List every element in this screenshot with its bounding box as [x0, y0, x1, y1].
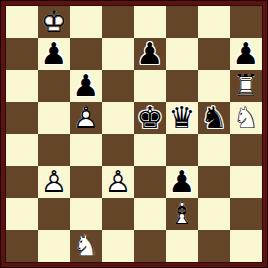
- square-d3[interactable]: ♟♙: [102, 166, 134, 198]
- square-c8[interactable]: [70, 6, 102, 38]
- black-pawn-icon: ♟: [230, 38, 262, 70]
- white-king-icon: ♔: [38, 6, 70, 38]
- square-e4[interactable]: [134, 134, 166, 166]
- square-a3[interactable]: [6, 166, 38, 198]
- square-g7[interactable]: [198, 38, 230, 70]
- square-e8[interactable]: [134, 6, 166, 38]
- square-b7[interactable]: ♟: [38, 38, 70, 70]
- white-rook-fill: ♜: [230, 70, 262, 102]
- chess-board: ♚♔♟♟♟♟♜♖♟♙♚♛♞♞♘♟♙♟♙♟♝♗♞♘: [5, 5, 263, 263]
- square-f6[interactable]: [166, 70, 198, 102]
- square-d4[interactable]: [102, 134, 134, 166]
- square-f4[interactable]: [166, 134, 198, 166]
- square-e7[interactable]: ♟: [134, 38, 166, 70]
- square-e5[interactable]: ♚: [134, 102, 166, 134]
- white-knight-fill: ♞: [230, 102, 262, 134]
- square-f1[interactable]: [166, 230, 198, 262]
- chess-board-frame: ♚♔♟♟♟♟♜♖♟♙♚♛♞♞♘♟♙♟♙♟♝♗♞♘: [0, 0, 268, 268]
- square-g5[interactable]: ♞: [198, 102, 230, 134]
- square-d1[interactable]: [102, 230, 134, 262]
- white-king-fill: ♚: [38, 6, 70, 38]
- square-c6[interactable]: ♟: [70, 70, 102, 102]
- black-pawn-icon: ♟: [166, 166, 198, 198]
- square-c3[interactable]: [70, 166, 102, 198]
- square-h6[interactable]: ♜♖: [230, 70, 262, 102]
- square-b8[interactable]: ♚♔: [38, 6, 70, 38]
- square-g3[interactable]: [198, 166, 230, 198]
- square-a8[interactable]: [6, 6, 38, 38]
- square-d5[interactable]: [102, 102, 134, 134]
- square-b6[interactable]: [38, 70, 70, 102]
- square-d6[interactable]: [102, 70, 134, 102]
- square-g6[interactable]: [198, 70, 230, 102]
- square-h8[interactable]: [230, 6, 262, 38]
- square-c4[interactable]: [70, 134, 102, 166]
- square-a6[interactable]: [6, 70, 38, 102]
- square-b4[interactable]: [38, 134, 70, 166]
- square-f8[interactable]: [166, 6, 198, 38]
- black-knight-icon: ♞: [198, 102, 230, 134]
- square-e1[interactable]: [134, 230, 166, 262]
- square-d8[interactable]: [102, 6, 134, 38]
- square-f5[interactable]: ♛: [166, 102, 198, 134]
- square-e3[interactable]: [134, 166, 166, 198]
- white-pawn-fill: ♟: [38, 166, 70, 198]
- white-pawn-icon: ♙: [102, 166, 134, 198]
- white-rook-icon: ♖: [230, 70, 262, 102]
- square-f7[interactable]: [166, 38, 198, 70]
- square-h5[interactable]: ♞♘: [230, 102, 262, 134]
- square-f2[interactable]: ♝♗: [166, 198, 198, 230]
- square-a1[interactable]: [6, 230, 38, 262]
- white-pawn-icon: ♙: [70, 102, 102, 134]
- square-b1[interactable]: [38, 230, 70, 262]
- square-h3[interactable]: [230, 166, 262, 198]
- white-knight-icon: ♘: [70, 230, 102, 262]
- square-c1[interactable]: ♞♘: [70, 230, 102, 262]
- white-pawn-fill: ♟: [70, 102, 102, 134]
- square-g1[interactable]: [198, 230, 230, 262]
- white-knight-fill: ♞: [70, 230, 102, 262]
- square-h4[interactable]: [230, 134, 262, 166]
- square-a7[interactable]: [6, 38, 38, 70]
- square-c2[interactable]: [70, 198, 102, 230]
- square-a4[interactable]: [6, 134, 38, 166]
- square-h1[interactable]: [230, 230, 262, 262]
- square-c5[interactable]: ♟♙: [70, 102, 102, 134]
- white-knight-icon: ♘: [230, 102, 262, 134]
- white-pawn-fill: ♟: [102, 166, 134, 198]
- square-e6[interactable]: [134, 70, 166, 102]
- black-king-icon: ♚: [134, 102, 166, 134]
- black-pawn-icon: ♟: [70, 70, 102, 102]
- black-pawn-icon: ♟: [134, 38, 166, 70]
- square-f3[interactable]: ♟: [166, 166, 198, 198]
- white-pawn-icon: ♙: [38, 166, 70, 198]
- square-g2[interactable]: [198, 198, 230, 230]
- black-pawn-icon: ♟: [38, 38, 70, 70]
- square-g8[interactable]: [198, 6, 230, 38]
- square-b5[interactable]: [38, 102, 70, 134]
- square-b2[interactable]: [38, 198, 70, 230]
- square-a5[interactable]: [6, 102, 38, 134]
- white-bishop-fill: ♝: [166, 198, 198, 230]
- square-d2[interactable]: [102, 198, 134, 230]
- white-bishop-icon: ♗: [166, 198, 198, 230]
- square-b3[interactable]: ♟♙: [38, 166, 70, 198]
- square-h7[interactable]: ♟: [230, 38, 262, 70]
- square-c7[interactable]: [70, 38, 102, 70]
- black-queen-icon: ♛: [166, 102, 198, 134]
- square-g4[interactable]: [198, 134, 230, 166]
- square-a2[interactable]: [6, 198, 38, 230]
- square-e2[interactable]: [134, 198, 166, 230]
- square-d7[interactable]: [102, 38, 134, 70]
- square-h2[interactable]: [230, 198, 262, 230]
